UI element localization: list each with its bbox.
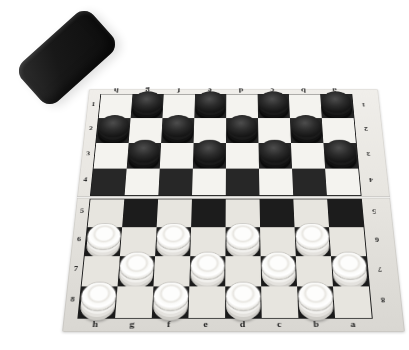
white-man[interactable] [295, 224, 329, 250]
square-a5[interactable] [327, 199, 363, 227]
white-man[interactable] [191, 252, 225, 279]
square-f6[interactable] [155, 227, 191, 256]
square-e5[interactable] [191, 199, 226, 227]
rank-label-left-8: 8 [66, 296, 78, 303]
square-d3[interactable] [226, 143, 259, 169]
black-man[interactable] [324, 140, 357, 163]
rank-label-left-2: 2 [85, 126, 96, 131]
square-b6[interactable] [295, 227, 331, 256]
file-label-bottom-c: c [261, 320, 298, 328]
square-g1[interactable] [131, 94, 164, 118]
photo-scene: hhggffeeddccbbaa1122334455667788 [0, 0, 409, 350]
square-b2[interactable] [290, 118, 324, 143]
square-d8[interactable] [225, 286, 262, 317]
square-a4[interactable] [325, 169, 360, 196]
square-c8[interactable] [261, 286, 298, 317]
black-man[interactable] [227, 115, 258, 137]
black-man[interactable] [259, 140, 291, 163]
checkers-board: hhggffeeddccbbaa1122334455667788 [62, 89, 405, 332]
rank-label-left-6: 6 [73, 236, 85, 242]
square-f2[interactable] [161, 118, 194, 143]
rank-label-left-3: 3 [82, 151, 93, 157]
square-h2[interactable] [96, 118, 130, 143]
black-man[interactable] [321, 91, 352, 112]
white-man[interactable] [226, 282, 261, 310]
white-man[interactable] [119, 252, 154, 279]
square-b8[interactable] [297, 286, 335, 317]
white-man[interactable] [226, 224, 259, 250]
rank-label-right-6: 6 [370, 236, 384, 242]
square-c1[interactable] [258, 94, 290, 118]
square-f8[interactable] [152, 286, 190, 317]
rank-label-right-1: 1 [357, 102, 369, 107]
square-h3[interactable] [94, 143, 129, 169]
file-label-top-c: c [257, 87, 288, 93]
file-label-top-d: d [225, 87, 256, 93]
square-a1[interactable] [320, 94, 353, 118]
board-top-half [90, 94, 362, 196]
file-label-top-a: a [319, 87, 351, 93]
white-man[interactable] [332, 252, 368, 279]
rank-label-right-7: 7 [373, 265, 387, 272]
black-man[interactable] [195, 91, 225, 112]
square-h6[interactable] [85, 227, 122, 256]
file-label-top-e: e [194, 87, 225, 93]
white-man[interactable] [156, 224, 190, 250]
square-d4[interactable] [226, 169, 260, 196]
square-g4[interactable] [125, 169, 160, 196]
white-man[interactable] [261, 252, 295, 279]
square-e8[interactable] [188, 286, 225, 317]
file-label-bottom-b: b [298, 320, 335, 328]
rank-label-left-4: 4 [80, 177, 91, 183]
rank-label-left-5: 5 [76, 208, 88, 214]
black-man[interactable] [291, 115, 323, 137]
square-a3[interactable] [323, 143, 358, 169]
rank-label-right-3: 3 [362, 151, 375, 157]
square-e1[interactable] [194, 94, 226, 118]
file-label-top-b: b [288, 87, 320, 93]
square-d2[interactable] [226, 118, 258, 143]
square-h8[interactable] [78, 286, 117, 317]
square-a7[interactable] [331, 256, 369, 286]
square-g8[interactable] [115, 286, 153, 317]
square-c3[interactable] [259, 143, 293, 169]
rank-label-right-5: 5 [367, 208, 380, 214]
white-man[interactable] [153, 282, 188, 310]
square-g3[interactable] [127, 143, 161, 169]
board-bottom-half [77, 199, 372, 319]
file-label-top-h: h [100, 87, 132, 93]
square-e3[interactable] [193, 143, 226, 169]
file-label-bottom-d: d [224, 320, 261, 328]
black-man[interactable] [194, 140, 225, 163]
black-man[interactable] [132, 91, 163, 112]
square-h4[interactable] [91, 169, 127, 196]
rank-label-left-7: 7 [70, 265, 82, 272]
black-man[interactable] [128, 140, 160, 163]
file-label-bottom-e: e [187, 320, 224, 328]
rank-label-left-1: 1 [88, 102, 99, 107]
black-man[interactable] [162, 115, 193, 137]
black-man[interactable] [258, 91, 288, 112]
file-label-bottom-h: h [76, 320, 114, 328]
file-label-bottom-g: g [113, 320, 150, 328]
square-b4[interactable] [292, 169, 327, 196]
square-d6[interactable] [225, 227, 260, 256]
white-man[interactable] [86, 224, 121, 250]
file-label-top-f: f [163, 87, 194, 93]
square-f4[interactable] [158, 169, 193, 196]
square-a8[interactable] [333, 286, 372, 317]
square-b3[interactable] [291, 143, 325, 169]
square-c5[interactable] [260, 199, 295, 227]
square-g5[interactable] [122, 199, 158, 227]
square-c7[interactable] [261, 256, 297, 286]
file-label-top-g: g [132, 87, 164, 93]
square-c4[interactable] [259, 169, 293, 196]
rank-label-right-2: 2 [360, 126, 373, 131]
black-man[interactable] [98, 115, 130, 137]
board-scene: hhggffeeddccbbaa1122334455667788 [62, 86, 405, 332]
square-e7[interactable] [189, 256, 225, 286]
square-f3[interactable] [160, 143, 194, 169]
file-label-bottom-a: a [334, 320, 371, 328]
rank-label-right-4: 4 [364, 177, 377, 183]
white-man[interactable] [80, 282, 117, 310]
rank-label-right-8: 8 [376, 296, 390, 303]
square-e4[interactable] [192, 169, 226, 196]
square-g7[interactable] [118, 256, 156, 286]
file-label-bottom-f: f [150, 320, 187, 328]
white-man[interactable] [298, 282, 334, 310]
